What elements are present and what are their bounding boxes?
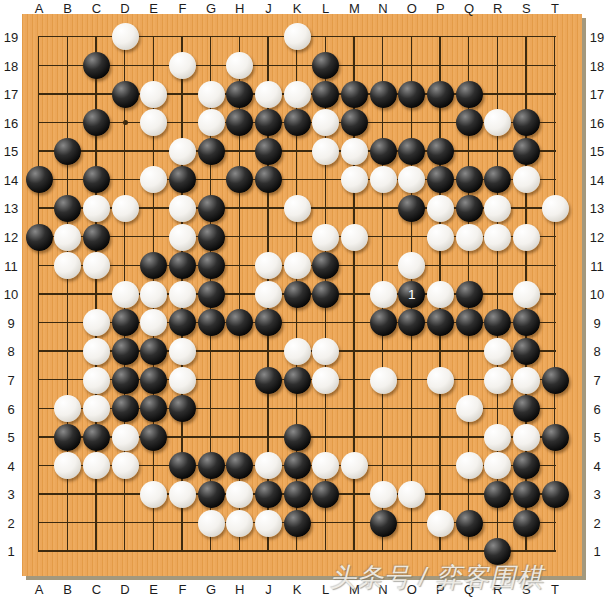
board-cell[interactable] [139,537,168,566]
board-cell[interactable] [168,337,197,366]
board-cell[interactable] [25,452,54,481]
board-cell[interactable] [455,108,484,137]
board-cell[interactable] [225,223,254,252]
board-cell[interactable] [197,51,226,80]
board-cell[interactable] [225,423,254,452]
board-cell[interactable] [369,452,398,481]
board-cell[interactable] [82,480,111,509]
board-cell[interactable] [426,394,455,423]
board-cell[interactable] [483,137,512,166]
board-cell[interactable] [111,108,140,137]
board-cell[interactable] [53,337,82,366]
board-cell[interactable] [483,423,512,452]
board-cell[interactable] [541,480,570,509]
board-cell[interactable] [455,137,484,166]
board-cell[interactable] [455,394,484,423]
board-cell[interactable] [455,452,484,481]
board-cell[interactable] [197,166,226,195]
board-cell[interactable] [397,251,426,280]
board-cell[interactable] [225,452,254,481]
board-cell[interactable] [254,51,283,80]
board-cell[interactable] [225,337,254,366]
board-cell[interactable] [541,80,570,109]
board-cell[interactable] [541,394,570,423]
board-cell[interactable] [397,337,426,366]
board-cell[interactable] [168,309,197,338]
board-cell[interactable] [340,366,369,395]
board-cell[interactable] [111,194,140,223]
board-cell[interactable] [340,480,369,509]
board-cell[interactable] [369,280,398,309]
board-cell[interactable] [168,423,197,452]
board-cell[interactable] [512,194,541,223]
board-cell[interactable] [225,23,254,52]
board-cell[interactable] [197,194,226,223]
board-cell[interactable] [483,480,512,509]
board-cell[interactable] [82,394,111,423]
board-cell[interactable] [225,51,254,80]
board-cell[interactable] [311,223,340,252]
board-cell[interactable] [25,223,54,252]
board-cell[interactable] [426,280,455,309]
board-cell[interactable] [225,108,254,137]
board-cell[interactable] [168,509,197,538]
board-cell[interactable] [311,309,340,338]
board-cell[interactable] [25,537,54,566]
board-cell[interactable] [483,251,512,280]
board-cell[interactable] [283,223,312,252]
board-cell[interactable] [541,280,570,309]
board-cell[interactable] [82,137,111,166]
board-cell[interactable] [168,108,197,137]
board-cell[interactable] [541,108,570,137]
board-cell[interactable] [340,423,369,452]
board-cell[interactable] [82,280,111,309]
board-cell[interactable] [111,337,140,366]
board-cell[interactable] [139,51,168,80]
board-cell[interactable] [225,366,254,395]
board-cell[interactable] [512,80,541,109]
board-cell[interactable] [283,166,312,195]
board-cell[interactable] [197,480,226,509]
board-cell[interactable] [197,394,226,423]
board-cell[interactable] [369,166,398,195]
board-cell[interactable] [541,309,570,338]
board-cell[interactable] [139,137,168,166]
board-cell[interactable] [139,480,168,509]
board-cell[interactable] [340,137,369,166]
board-cell[interactable] [483,51,512,80]
board-cell[interactable] [483,366,512,395]
board-cell[interactable] [25,137,54,166]
board-cell[interactable] [369,80,398,109]
board-cell[interactable] [254,423,283,452]
board-cell[interactable] [283,194,312,223]
board-cell[interactable] [139,80,168,109]
board-cell[interactable] [82,108,111,137]
board-cell[interactable] [426,251,455,280]
board-cell[interactable] [512,280,541,309]
board-cell[interactable] [426,452,455,481]
board-cell[interactable] [512,366,541,395]
board-cell[interactable] [225,137,254,166]
board-cell[interactable] [53,309,82,338]
board-cell[interactable] [311,51,340,80]
board-cell[interactable] [369,366,398,395]
board-cell[interactable] [225,280,254,309]
board-cell[interactable] [168,366,197,395]
board-cell[interactable] [311,337,340,366]
board-cell[interactable] [197,337,226,366]
board-cell[interactable] [541,423,570,452]
board-cell[interactable] [397,309,426,338]
board-cell[interactable] [254,394,283,423]
board-cell[interactable] [25,23,54,52]
board-cell[interactable] [397,23,426,52]
board-cell[interactable] [53,137,82,166]
board-cell[interactable] [426,309,455,338]
board-cell[interactable] [25,309,54,338]
board-cell[interactable] [111,251,140,280]
board-cell[interactable] [426,137,455,166]
board-cell[interactable] [369,509,398,538]
board-cell[interactable] [53,223,82,252]
board-cell[interactable] [426,337,455,366]
board-cell[interactable] [426,223,455,252]
board-cell[interactable] [397,452,426,481]
board-cell[interactable] [311,166,340,195]
board-cell[interactable] [483,452,512,481]
board-cell[interactable] [82,166,111,195]
board-cell[interactable] [455,23,484,52]
board-cell[interactable] [168,80,197,109]
board-cell[interactable] [340,23,369,52]
board-cell[interactable] [483,80,512,109]
board-cell[interactable] [197,137,226,166]
board-cell[interactable] [512,394,541,423]
board-cell[interactable] [455,480,484,509]
board-cell[interactable] [25,509,54,538]
board-cell[interactable] [82,223,111,252]
board-cell[interactable] [254,337,283,366]
board-cell[interactable] [397,137,426,166]
board-cell[interactable] [225,309,254,338]
board-cell[interactable] [82,23,111,52]
board-cell[interactable] [168,537,197,566]
board-cell[interactable] [254,480,283,509]
board-cell[interactable] [397,80,426,109]
board-cell[interactable] [139,366,168,395]
board-cell[interactable] [197,251,226,280]
board-cell[interactable] [455,194,484,223]
board-cell[interactable] [53,194,82,223]
board-cell[interactable] [53,251,82,280]
board-cell[interactable] [541,537,570,566]
board-cell[interactable] [455,223,484,252]
board-cell[interactable] [25,251,54,280]
board-cell[interactable] [111,480,140,509]
board-cell[interactable] [197,80,226,109]
board-cell[interactable] [25,394,54,423]
board-cell[interactable] [397,366,426,395]
board-cell[interactable] [340,166,369,195]
board-cell[interactable] [369,223,398,252]
board-cell[interactable] [483,194,512,223]
board-cell[interactable] [225,80,254,109]
board-cell[interactable] [254,23,283,52]
board-cell[interactable] [82,251,111,280]
board-cell[interactable] [254,166,283,195]
board-cell[interactable] [340,394,369,423]
board-cell[interactable] [483,309,512,338]
board-cell[interactable] [311,423,340,452]
board-cell[interactable] [254,537,283,566]
board-cell[interactable] [197,509,226,538]
board-cell[interactable] [483,280,512,309]
board-cell[interactable] [53,80,82,109]
board-cell[interactable] [25,166,54,195]
board-cell[interactable] [455,166,484,195]
board-cell[interactable] [455,51,484,80]
board-cell[interactable] [340,108,369,137]
board-cell[interactable] [197,423,226,452]
board-cell[interactable] [512,480,541,509]
board-cell[interactable] [541,223,570,252]
board-cell[interactable] [426,480,455,509]
board-cell[interactable] [254,280,283,309]
board-cell[interactable] [283,23,312,52]
board-cell[interactable] [53,166,82,195]
board-cell[interactable] [311,80,340,109]
board-cell[interactable] [53,423,82,452]
board-cell[interactable] [397,51,426,80]
board-cell[interactable] [369,23,398,52]
board-cell[interactable] [455,309,484,338]
board-cell[interactable] [225,537,254,566]
board-cell[interactable] [254,108,283,137]
board-cell[interactable] [53,366,82,395]
board-cell[interactable] [455,280,484,309]
board-cell[interactable] [168,194,197,223]
board-cell[interactable] [455,423,484,452]
board-cell[interactable] [283,366,312,395]
board-cell[interactable] [254,251,283,280]
board-cell[interactable] [541,23,570,52]
board-cell[interactable] [82,537,111,566]
board-cell[interactable] [139,223,168,252]
board-cell[interactable] [512,23,541,52]
board-cell[interactable] [25,366,54,395]
board-cell[interactable] [541,137,570,166]
board-cell[interactable] [283,423,312,452]
board-cell[interactable] [25,80,54,109]
board-cell[interactable] [311,280,340,309]
board-cell[interactable] [111,366,140,395]
board-cell[interactable] [340,51,369,80]
board-cell[interactable] [369,194,398,223]
board-cell[interactable] [483,23,512,52]
board-cell[interactable] [283,280,312,309]
board-cell[interactable] [139,337,168,366]
board-cell[interactable] [397,194,426,223]
board-cell[interactable] [168,166,197,195]
board-cell[interactable] [426,166,455,195]
board-cell[interactable] [111,137,140,166]
board-cell[interactable] [340,337,369,366]
board-cell[interactable] [111,509,140,538]
board-cell[interactable] [225,509,254,538]
board-cell[interactable] [397,480,426,509]
board-cell[interactable] [111,23,140,52]
board-cell[interactable] [53,280,82,309]
board-cell[interactable] [25,423,54,452]
board-cell[interactable] [340,452,369,481]
board-cell[interactable] [254,137,283,166]
board-cell[interactable] [340,223,369,252]
board-cell[interactable] [82,423,111,452]
board-cell[interactable] [168,137,197,166]
board-cell[interactable] [512,423,541,452]
board-cell[interactable] [53,108,82,137]
board-cell[interactable] [369,137,398,166]
board-cell[interactable] [139,194,168,223]
board-cell[interactable] [25,194,54,223]
board-cell[interactable] [168,51,197,80]
board-cell[interactable] [53,394,82,423]
board-cell[interactable] [254,223,283,252]
board-cell[interactable] [397,394,426,423]
board-cell[interactable] [225,480,254,509]
board-cell[interactable] [397,423,426,452]
board-cell[interactable] [340,194,369,223]
board-cell[interactable] [512,223,541,252]
board-cell[interactable] [111,166,140,195]
board-cell[interactable] [197,366,226,395]
board-cell[interactable] [541,51,570,80]
board-cell[interactable] [283,51,312,80]
board-cell[interactable] [426,51,455,80]
board-cell[interactable] [139,23,168,52]
board-cell[interactable] [455,509,484,538]
board-cell[interactable] [541,166,570,195]
board-cell[interactable] [25,280,54,309]
board-cell[interactable] [397,223,426,252]
board-cell[interactable] [483,223,512,252]
board-cell[interactable] [139,509,168,538]
board-cell[interactable] [541,337,570,366]
board-cell[interactable] [426,23,455,52]
board-cell[interactable] [369,480,398,509]
board-cell[interactable] [111,309,140,338]
board-cell[interactable] [541,509,570,538]
board-cell[interactable] [426,509,455,538]
board-cell[interactable] [283,108,312,137]
board-cell[interactable] [397,108,426,137]
board-cell[interactable] [82,309,111,338]
board-cell[interactable] [455,251,484,280]
board-cell[interactable] [283,452,312,481]
board-cell[interactable] [139,251,168,280]
board-cell[interactable] [283,251,312,280]
board-cell[interactable] [168,23,197,52]
board-cell[interactable] [168,223,197,252]
board-cell[interactable] [53,537,82,566]
board-cell[interactable] [225,251,254,280]
board-cell[interactable] [426,194,455,223]
board-cell[interactable] [283,137,312,166]
board-cell[interactable] [197,280,226,309]
board-cell[interactable] [25,337,54,366]
board-cell[interactable] [197,309,226,338]
board-cell[interactable] [53,480,82,509]
board-cell[interactable] [139,166,168,195]
board-cell[interactable] [426,366,455,395]
board-cell[interactable] [82,194,111,223]
board-cell[interactable] [111,452,140,481]
board-cell[interactable] [340,309,369,338]
board-cell[interactable] [283,80,312,109]
board-cell[interactable] [483,394,512,423]
board-cell[interactable] [111,280,140,309]
board-cell[interactable] [311,394,340,423]
board-cell[interactable] [340,80,369,109]
board-cell[interactable] [512,166,541,195]
board-cell[interactable] [82,366,111,395]
board-cell[interactable] [369,423,398,452]
board-cell[interactable] [541,251,570,280]
board-cell[interactable] [512,337,541,366]
board-cell[interactable] [225,166,254,195]
board-cell[interactable] [168,251,197,280]
board-cell[interactable] [82,452,111,481]
board-cell[interactable] [283,394,312,423]
board-cell[interactable] [168,480,197,509]
board-cell[interactable] [311,452,340,481]
board-cell[interactable] [197,23,226,52]
board-cell[interactable] [283,509,312,538]
board-cell[interactable] [53,509,82,538]
board-cell[interactable] [311,194,340,223]
board-cell[interactable] [25,480,54,509]
board-cell[interactable] [340,509,369,538]
board-cell[interactable] [139,280,168,309]
board-cell[interactable] [397,166,426,195]
board-cell[interactable] [139,394,168,423]
board-cell[interactable] [82,80,111,109]
board-cell[interactable] [426,108,455,137]
board-cell[interactable] [369,108,398,137]
board-cell[interactable] [483,108,512,137]
board-cell[interactable] [340,251,369,280]
board-cell[interactable] [197,108,226,137]
board-cell[interactable] [369,251,398,280]
board-cell[interactable] [139,452,168,481]
board-cell[interactable] [512,309,541,338]
board-cell[interactable] [311,509,340,538]
board-cell[interactable]: 1 [397,280,426,309]
board-cell[interactable] [283,337,312,366]
board-cell[interactable] [426,80,455,109]
board-cell[interactable] [53,51,82,80]
board-cell[interactable] [311,23,340,52]
board-cell[interactable] [455,337,484,366]
board-cell[interactable] [168,452,197,481]
board-cell[interactable] [139,309,168,338]
board-cell[interactable] [197,223,226,252]
board-cell[interactable] [369,337,398,366]
board-cell[interactable] [283,309,312,338]
board-cell[interactable] [254,80,283,109]
